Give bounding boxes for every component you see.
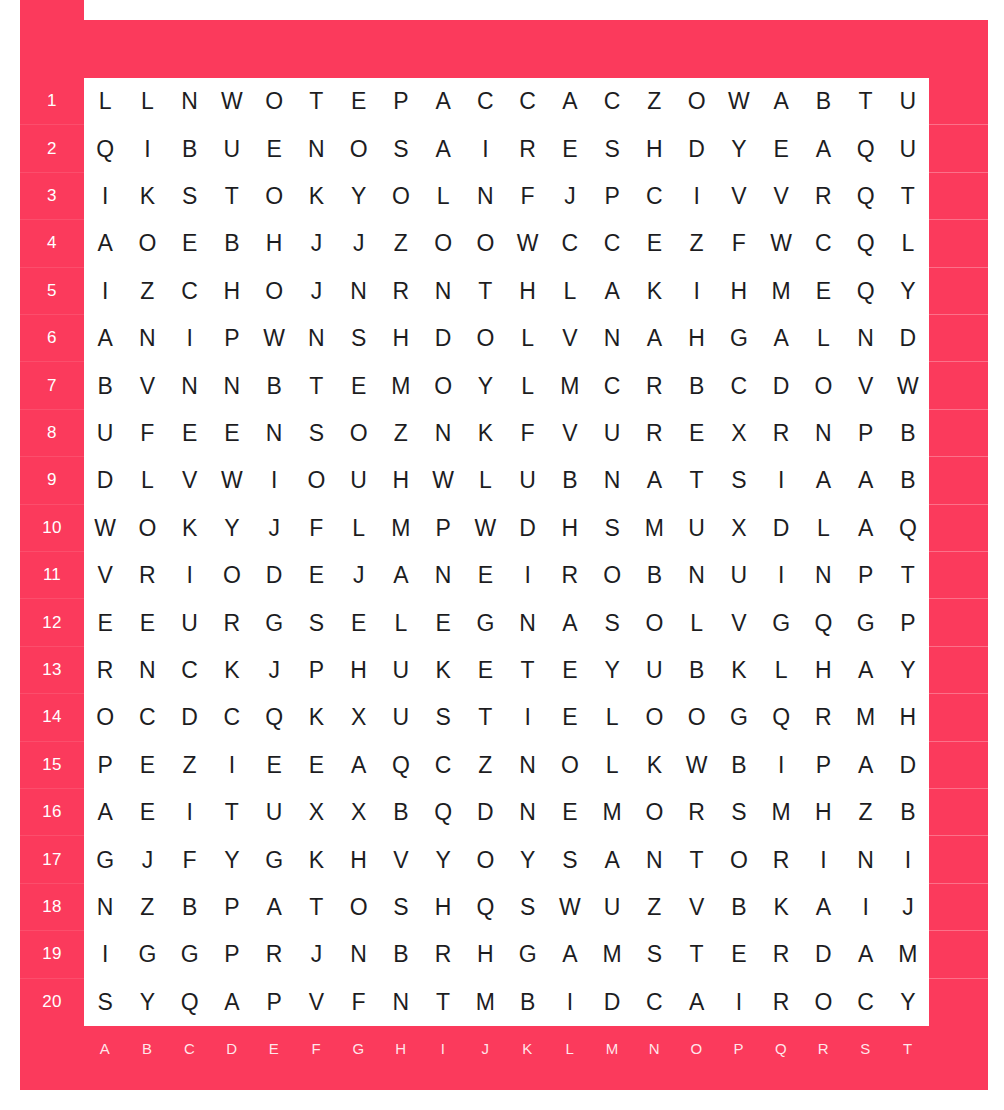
grid-cell-N11[interactable]: B	[633, 552, 675, 599]
grid-cell-F9[interactable]: O	[295, 457, 337, 504]
grid-cell-T18[interactable]: J	[887, 884, 929, 931]
grid-cell-A15[interactable]: P	[84, 742, 126, 789]
grid-cell-M8[interactable]: U	[591, 410, 633, 457]
grid-cell-J19[interactable]: H	[464, 931, 506, 978]
grid-cell-C11[interactable]: I	[169, 552, 211, 599]
grid-cell-R19[interactable]: D	[802, 931, 844, 978]
grid-cell-M2[interactable]: S	[591, 125, 633, 172]
grid-cell-C4[interactable]: E	[169, 220, 211, 267]
grid-cell-A3[interactable]: I	[84, 173, 126, 220]
grid-cell-E13[interactable]: J	[253, 647, 295, 694]
grid-cell-M12[interactable]: S	[591, 599, 633, 646]
grid-cell-I3[interactable]: L	[422, 173, 464, 220]
grid-cell-K20[interactable]: B	[507, 979, 549, 1026]
grid-cell-Q15[interactable]: I	[760, 742, 802, 789]
grid-cell-J17[interactable]: O	[464, 836, 506, 883]
grid-cell-S15[interactable]: A	[845, 742, 887, 789]
grid-cell-T15[interactable]: D	[887, 742, 929, 789]
grid-cell-P1[interactable]: W	[718, 78, 760, 125]
grid-cell-A7[interactable]: B	[84, 362, 126, 409]
grid-cell-J18[interactable]: Q	[464, 884, 506, 931]
grid-cell-L10[interactable]: H	[549, 505, 591, 552]
grid-cell-D2[interactable]: U	[211, 125, 253, 172]
grid-cell-G14[interactable]: X	[338, 694, 380, 741]
grid-cell-B18[interactable]: Z	[126, 884, 168, 931]
grid-cell-Q3[interactable]: V	[760, 173, 802, 220]
grid-cell-S3[interactable]: Q	[845, 173, 887, 220]
grid-cell-N9[interactable]: A	[633, 457, 675, 504]
grid-cell-E12[interactable]: G	[253, 599, 295, 646]
grid-cell-D7[interactable]: N	[211, 362, 253, 409]
grid-cell-G19[interactable]: N	[338, 931, 380, 978]
grid-cell-N17[interactable]: N	[633, 836, 675, 883]
grid-cell-C14[interactable]: D	[169, 694, 211, 741]
grid-cell-E17[interactable]: G	[253, 836, 295, 883]
word-search-grid[interactable]: LLNWOTEPACCACZOWABTUQIBUENOSAIRESHDYEAQU…	[84, 78, 929, 1026]
grid-cell-N6[interactable]: A	[633, 315, 675, 362]
grid-cell-E20[interactable]: P	[253, 979, 295, 1026]
grid-cell-N20[interactable]: C	[633, 979, 675, 1026]
grid-cell-M1[interactable]: C	[591, 78, 633, 125]
grid-cell-O1[interactable]: O	[676, 78, 718, 125]
grid-cell-E5[interactable]: O	[253, 268, 295, 315]
grid-cell-H20[interactable]: N	[380, 979, 422, 1026]
grid-cell-N3[interactable]: C	[633, 173, 675, 220]
grid-cell-D3[interactable]: T	[211, 173, 253, 220]
grid-cell-I5[interactable]: N	[422, 268, 464, 315]
grid-cell-Q2[interactable]: E	[760, 125, 802, 172]
grid-cell-F3[interactable]: K	[295, 173, 337, 220]
grid-cell-P11[interactable]: U	[718, 552, 760, 599]
grid-cell-F11[interactable]: E	[295, 552, 337, 599]
grid-cell-K10[interactable]: D	[507, 505, 549, 552]
grid-cell-L15[interactable]: O	[549, 742, 591, 789]
grid-cell-L1[interactable]: A	[549, 78, 591, 125]
grid-cell-G20[interactable]: F	[338, 979, 380, 1026]
grid-cell-L14[interactable]: E	[549, 694, 591, 741]
grid-cell-T13[interactable]: Y	[887, 647, 929, 694]
grid-cell-F18[interactable]: T	[295, 884, 337, 931]
grid-cell-C9[interactable]: V	[169, 457, 211, 504]
grid-cell-Q11[interactable]: I	[760, 552, 802, 599]
grid-cell-P10[interactable]: X	[718, 505, 760, 552]
grid-cell-P2[interactable]: Y	[718, 125, 760, 172]
grid-cell-S6[interactable]: N	[845, 315, 887, 362]
grid-cell-M10[interactable]: S	[591, 505, 633, 552]
grid-cell-C6[interactable]: I	[169, 315, 211, 362]
grid-cell-S9[interactable]: A	[845, 457, 887, 504]
grid-cell-A9[interactable]: D	[84, 457, 126, 504]
grid-cell-S8[interactable]: P	[845, 410, 887, 457]
grid-cell-E2[interactable]: E	[253, 125, 295, 172]
grid-cell-C13[interactable]: C	[169, 647, 211, 694]
grid-cell-K8[interactable]: F	[507, 410, 549, 457]
grid-cell-K14[interactable]: I	[507, 694, 549, 741]
grid-cell-S14[interactable]: M	[845, 694, 887, 741]
grid-cell-D10[interactable]: Y	[211, 505, 253, 552]
grid-cell-O11[interactable]: N	[676, 552, 718, 599]
grid-cell-J4[interactable]: O	[464, 220, 506, 267]
grid-cell-E8[interactable]: N	[253, 410, 295, 457]
grid-cell-I16[interactable]: Q	[422, 789, 464, 836]
grid-cell-Q16[interactable]: M	[760, 789, 802, 836]
grid-cell-I12[interactable]: E	[422, 599, 464, 646]
grid-cell-B7[interactable]: V	[126, 362, 168, 409]
grid-cell-D13[interactable]: K	[211, 647, 253, 694]
grid-cell-T17[interactable]: I	[887, 836, 929, 883]
grid-cell-I11[interactable]: N	[422, 552, 464, 599]
grid-cell-G4[interactable]: J	[338, 220, 380, 267]
grid-cell-C8[interactable]: E	[169, 410, 211, 457]
grid-cell-T3[interactable]: T	[887, 173, 929, 220]
grid-cell-J9[interactable]: L	[464, 457, 506, 504]
grid-cell-Q9[interactable]: I	[760, 457, 802, 504]
grid-cell-G11[interactable]: J	[338, 552, 380, 599]
grid-cell-P6[interactable]: G	[718, 315, 760, 362]
grid-cell-A16[interactable]: A	[84, 789, 126, 836]
grid-cell-E7[interactable]: B	[253, 362, 295, 409]
grid-cell-M14[interactable]: L	[591, 694, 633, 741]
grid-cell-G3[interactable]: Y	[338, 173, 380, 220]
grid-cell-H7[interactable]: M	[380, 362, 422, 409]
grid-cell-H3[interactable]: O	[380, 173, 422, 220]
grid-cell-F5[interactable]: J	[295, 268, 337, 315]
grid-cell-O2[interactable]: D	[676, 125, 718, 172]
grid-cell-P17[interactable]: O	[718, 836, 760, 883]
grid-cell-O19[interactable]: T	[676, 931, 718, 978]
grid-cell-M6[interactable]: N	[591, 315, 633, 362]
grid-cell-B15[interactable]: E	[126, 742, 168, 789]
grid-cell-D18[interactable]: P	[211, 884, 253, 931]
grid-cell-G13[interactable]: H	[338, 647, 380, 694]
grid-cell-B17[interactable]: J	[126, 836, 168, 883]
grid-cell-A13[interactable]: R	[84, 647, 126, 694]
grid-cell-J10[interactable]: W	[464, 505, 506, 552]
grid-cell-T14[interactable]: H	[887, 694, 929, 741]
grid-cell-R17[interactable]: I	[802, 836, 844, 883]
grid-cell-S12[interactable]: G	[845, 599, 887, 646]
grid-cell-J8[interactable]: K	[464, 410, 506, 457]
grid-cell-L4[interactable]: C	[549, 220, 591, 267]
grid-cell-A14[interactable]: O	[84, 694, 126, 741]
grid-cell-P4[interactable]: F	[718, 220, 760, 267]
grid-cell-O7[interactable]: B	[676, 362, 718, 409]
grid-cell-G8[interactable]: O	[338, 410, 380, 457]
grid-cell-N14[interactable]: O	[633, 694, 675, 741]
grid-cell-S20[interactable]: C	[845, 979, 887, 1026]
grid-cell-F15[interactable]: E	[295, 742, 337, 789]
grid-cell-S5[interactable]: Q	[845, 268, 887, 315]
grid-cell-G16[interactable]: X	[338, 789, 380, 836]
grid-cell-K5[interactable]: H	[507, 268, 549, 315]
grid-cell-L2[interactable]: E	[549, 125, 591, 172]
grid-cell-E6[interactable]: W	[253, 315, 295, 362]
grid-cell-J6[interactable]: O	[464, 315, 506, 362]
grid-cell-O18[interactable]: V	[676, 884, 718, 931]
grid-cell-O13[interactable]: B	[676, 647, 718, 694]
grid-cell-I9[interactable]: W	[422, 457, 464, 504]
grid-cell-L5[interactable]: L	[549, 268, 591, 315]
grid-cell-D4[interactable]: B	[211, 220, 253, 267]
grid-cell-C12[interactable]: U	[169, 599, 211, 646]
grid-cell-E14[interactable]: Q	[253, 694, 295, 741]
grid-cell-O20[interactable]: A	[676, 979, 718, 1026]
grid-cell-H11[interactable]: A	[380, 552, 422, 599]
grid-cell-N10[interactable]: M	[633, 505, 675, 552]
grid-cell-N15[interactable]: K	[633, 742, 675, 789]
grid-cell-A20[interactable]: S	[84, 979, 126, 1026]
grid-cell-I1[interactable]: A	[422, 78, 464, 125]
grid-cell-I14[interactable]: S	[422, 694, 464, 741]
grid-cell-J5[interactable]: T	[464, 268, 506, 315]
grid-cell-M17[interactable]: A	[591, 836, 633, 883]
grid-cell-F7[interactable]: T	[295, 362, 337, 409]
grid-cell-K15[interactable]: N	[507, 742, 549, 789]
grid-cell-R2[interactable]: A	[802, 125, 844, 172]
grid-cell-B13[interactable]: N	[126, 647, 168, 694]
grid-cell-H17[interactable]: V	[380, 836, 422, 883]
grid-cell-R18[interactable]: A	[802, 884, 844, 931]
grid-cell-R9[interactable]: A	[802, 457, 844, 504]
grid-cell-L9[interactable]: B	[549, 457, 591, 504]
grid-cell-S16[interactable]: Z	[845, 789, 887, 836]
grid-cell-T20[interactable]: Y	[887, 979, 929, 1026]
grid-cell-H2[interactable]: S	[380, 125, 422, 172]
grid-cell-Q14[interactable]: Q	[760, 694, 802, 741]
grid-cell-E18[interactable]: A	[253, 884, 295, 931]
grid-cell-L18[interactable]: W	[549, 884, 591, 931]
grid-cell-E15[interactable]: E	[253, 742, 295, 789]
grid-cell-D17[interactable]: Y	[211, 836, 253, 883]
grid-cell-J16[interactable]: D	[464, 789, 506, 836]
grid-cell-E11[interactable]: D	[253, 552, 295, 599]
grid-cell-F20[interactable]: V	[295, 979, 337, 1026]
grid-cell-K18[interactable]: S	[507, 884, 549, 931]
grid-cell-Q13[interactable]: L	[760, 647, 802, 694]
grid-cell-H1[interactable]: P	[380, 78, 422, 125]
grid-cell-I10[interactable]: P	[422, 505, 464, 552]
grid-cell-D19[interactable]: P	[211, 931, 253, 978]
grid-cell-R13[interactable]: H	[802, 647, 844, 694]
grid-cell-K1[interactable]: C	[507, 78, 549, 125]
grid-cell-M4[interactable]: C	[591, 220, 633, 267]
grid-cell-E4[interactable]: H	[253, 220, 295, 267]
grid-cell-D9[interactable]: W	[211, 457, 253, 504]
grid-cell-S2[interactable]: Q	[845, 125, 887, 172]
grid-cell-K19[interactable]: G	[507, 931, 549, 978]
grid-cell-L12[interactable]: A	[549, 599, 591, 646]
grid-cell-B1[interactable]: L	[126, 78, 168, 125]
grid-cell-O3[interactable]: I	[676, 173, 718, 220]
grid-cell-Q10[interactable]: D	[760, 505, 802, 552]
grid-cell-P13[interactable]: K	[718, 647, 760, 694]
grid-cell-O6[interactable]: H	[676, 315, 718, 362]
grid-cell-M5[interactable]: A	[591, 268, 633, 315]
grid-cell-M18[interactable]: U	[591, 884, 633, 931]
grid-cell-P7[interactable]: C	[718, 362, 760, 409]
grid-cell-Q20[interactable]: R	[760, 979, 802, 1026]
grid-cell-R4[interactable]: C	[802, 220, 844, 267]
grid-cell-J15[interactable]: Z	[464, 742, 506, 789]
grid-cell-S4[interactable]: Q	[845, 220, 887, 267]
grid-cell-D6[interactable]: P	[211, 315, 253, 362]
grid-cell-E10[interactable]: J	[253, 505, 295, 552]
grid-cell-I17[interactable]: Y	[422, 836, 464, 883]
grid-cell-O4[interactable]: Z	[676, 220, 718, 267]
grid-cell-D15[interactable]: I	[211, 742, 253, 789]
grid-cell-L20[interactable]: I	[549, 979, 591, 1026]
grid-cell-F1[interactable]: T	[295, 78, 337, 125]
grid-cell-M13[interactable]: Y	[591, 647, 633, 694]
grid-cell-J14[interactable]: T	[464, 694, 506, 741]
grid-cell-I7[interactable]: O	[422, 362, 464, 409]
grid-cell-N13[interactable]: U	[633, 647, 675, 694]
grid-cell-K11[interactable]: I	[507, 552, 549, 599]
grid-cell-G6[interactable]: S	[338, 315, 380, 362]
grid-cell-C18[interactable]: B	[169, 884, 211, 931]
grid-cell-L17[interactable]: S	[549, 836, 591, 883]
grid-cell-L16[interactable]: E	[549, 789, 591, 836]
grid-cell-F16[interactable]: X	[295, 789, 337, 836]
grid-cell-L3[interactable]: J	[549, 173, 591, 220]
grid-cell-I13[interactable]: K	[422, 647, 464, 694]
grid-cell-T9[interactable]: B	[887, 457, 929, 504]
grid-cell-C17[interactable]: F	[169, 836, 211, 883]
grid-cell-Q18[interactable]: K	[760, 884, 802, 931]
grid-cell-G7[interactable]: E	[338, 362, 380, 409]
grid-cell-J13[interactable]: E	[464, 647, 506, 694]
grid-cell-M20[interactable]: D	[591, 979, 633, 1026]
grid-cell-O14[interactable]: O	[676, 694, 718, 741]
grid-cell-T4[interactable]: L	[887, 220, 929, 267]
grid-cell-A1[interactable]: L	[84, 78, 126, 125]
grid-cell-A6[interactable]: A	[84, 315, 126, 362]
grid-cell-N4[interactable]: E	[633, 220, 675, 267]
grid-cell-M16[interactable]: M	[591, 789, 633, 836]
grid-cell-L7[interactable]: M	[549, 362, 591, 409]
grid-cell-I6[interactable]: D	[422, 315, 464, 362]
grid-cell-F4[interactable]: J	[295, 220, 337, 267]
grid-cell-I19[interactable]: R	[422, 931, 464, 978]
grid-cell-Q5[interactable]: M	[760, 268, 802, 315]
grid-cell-I15[interactable]: C	[422, 742, 464, 789]
grid-cell-O5[interactable]: I	[676, 268, 718, 315]
grid-cell-N19[interactable]: S	[633, 931, 675, 978]
grid-cell-C2[interactable]: B	[169, 125, 211, 172]
grid-cell-H9[interactable]: H	[380, 457, 422, 504]
grid-cell-B14[interactable]: C	[126, 694, 168, 741]
grid-cell-Q1[interactable]: A	[760, 78, 802, 125]
grid-cell-B4[interactable]: O	[126, 220, 168, 267]
grid-cell-C5[interactable]: C	[169, 268, 211, 315]
grid-cell-B5[interactable]: Z	[126, 268, 168, 315]
grid-cell-H8[interactable]: Z	[380, 410, 422, 457]
grid-cell-C19[interactable]: G	[169, 931, 211, 978]
grid-cell-E3[interactable]: O	[253, 173, 295, 220]
grid-cell-B2[interactable]: I	[126, 125, 168, 172]
grid-cell-R8[interactable]: N	[802, 410, 844, 457]
grid-cell-M11[interactable]: O	[591, 552, 633, 599]
grid-cell-N7[interactable]: R	[633, 362, 675, 409]
grid-cell-S17[interactable]: N	[845, 836, 887, 883]
grid-cell-C1[interactable]: N	[169, 78, 211, 125]
grid-cell-T6[interactable]: D	[887, 315, 929, 362]
grid-cell-C20[interactable]: Q	[169, 979, 211, 1026]
grid-cell-G1[interactable]: E	[338, 78, 380, 125]
grid-cell-O8[interactable]: E	[676, 410, 718, 457]
grid-cell-J20[interactable]: M	[464, 979, 506, 1026]
grid-cell-I8[interactable]: N	[422, 410, 464, 457]
grid-cell-G17[interactable]: H	[338, 836, 380, 883]
grid-cell-B11[interactable]: R	[126, 552, 168, 599]
grid-cell-Q4[interactable]: W	[760, 220, 802, 267]
grid-cell-K16[interactable]: N	[507, 789, 549, 836]
grid-cell-T12[interactable]: P	[887, 599, 929, 646]
grid-cell-J12[interactable]: G	[464, 599, 506, 646]
grid-cell-A19[interactable]: I	[84, 931, 126, 978]
grid-cell-O15[interactable]: W	[676, 742, 718, 789]
grid-cell-D5[interactable]: H	[211, 268, 253, 315]
grid-cell-Q7[interactable]: D	[760, 362, 802, 409]
grid-cell-N18[interactable]: Z	[633, 884, 675, 931]
grid-cell-M3[interactable]: P	[591, 173, 633, 220]
grid-cell-M15[interactable]: L	[591, 742, 633, 789]
grid-cell-S1[interactable]: T	[845, 78, 887, 125]
grid-cell-A17[interactable]: G	[84, 836, 126, 883]
grid-cell-N12[interactable]: O	[633, 599, 675, 646]
grid-cell-B10[interactable]: O	[126, 505, 168, 552]
grid-cell-R5[interactable]: E	[802, 268, 844, 315]
grid-cell-M7[interactable]: C	[591, 362, 633, 409]
grid-cell-L13[interactable]: E	[549, 647, 591, 694]
grid-cell-S10[interactable]: A	[845, 505, 887, 552]
grid-cell-J2[interactable]: I	[464, 125, 506, 172]
grid-cell-B6[interactable]: N	[126, 315, 168, 362]
grid-cell-B12[interactable]: E	[126, 599, 168, 646]
grid-cell-A2[interactable]: Q	[84, 125, 126, 172]
grid-cell-H10[interactable]: M	[380, 505, 422, 552]
grid-cell-F13[interactable]: P	[295, 647, 337, 694]
grid-cell-E9[interactable]: I	[253, 457, 295, 504]
grid-cell-O10[interactable]: U	[676, 505, 718, 552]
grid-cell-H19[interactable]: B	[380, 931, 422, 978]
grid-cell-R7[interactable]: O	[802, 362, 844, 409]
grid-cell-Q19[interactable]: R	[760, 931, 802, 978]
grid-cell-B9[interactable]: L	[126, 457, 168, 504]
grid-cell-B19[interactable]: G	[126, 931, 168, 978]
grid-cell-F8[interactable]: S	[295, 410, 337, 457]
grid-cell-L11[interactable]: R	[549, 552, 591, 599]
grid-cell-Q17[interactable]: R	[760, 836, 802, 883]
grid-cell-F19[interactable]: J	[295, 931, 337, 978]
grid-cell-D20[interactable]: A	[211, 979, 253, 1026]
grid-cell-G9[interactable]: U	[338, 457, 380, 504]
grid-cell-N8[interactable]: R	[633, 410, 675, 457]
grid-cell-R14[interactable]: R	[802, 694, 844, 741]
grid-cell-N16[interactable]: O	[633, 789, 675, 836]
grid-cell-C15[interactable]: Z	[169, 742, 211, 789]
grid-cell-B3[interactable]: K	[126, 173, 168, 220]
grid-cell-C7[interactable]: N	[169, 362, 211, 409]
grid-cell-G15[interactable]: A	[338, 742, 380, 789]
grid-cell-O12[interactable]: L	[676, 599, 718, 646]
grid-cell-S11[interactable]: P	[845, 552, 887, 599]
grid-cell-C3[interactable]: S	[169, 173, 211, 220]
grid-cell-K6[interactable]: L	[507, 315, 549, 362]
grid-cell-I4[interactable]: O	[422, 220, 464, 267]
grid-cell-R10[interactable]: L	[802, 505, 844, 552]
grid-cell-K2[interactable]: R	[507, 125, 549, 172]
